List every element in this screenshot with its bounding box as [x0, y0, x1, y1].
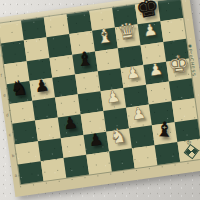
rank-label-b: b	[11, 152, 14, 157]
square-d1[interactable]	[86, 151, 112, 174]
black-bishop-d6[interactable]: ♝	[75, 49, 94, 69]
white-pawn-g7[interactable]: ♟	[142, 21, 158, 39]
white-pawn-g5[interactable]: ♟	[148, 62, 164, 80]
black-king-g8[interactable]: ♚	[133, 0, 161, 22]
white-pawn-f5[interactable]: ♟	[125, 65, 141, 83]
rank-label-c: c	[8, 132, 11, 137]
black-pawn-b5[interactable]: ♟	[34, 78, 50, 96]
rank-label-f: f	[0, 72, 2, 77]
square-c1[interactable]	[63, 155, 89, 178]
white-king-h5[interactable]: ♚	[166, 52, 190, 78]
black-bishop-g2[interactable]: ♝	[155, 119, 174, 140]
white-bishop-e7[interactable]: ♝	[95, 25, 115, 46]
square-e1[interactable]	[109, 148, 135, 171]
square-f1[interactable]	[132, 145, 158, 168]
white-queen-f7[interactable]: ♛	[116, 19, 139, 44]
square-b1[interactable]	[41, 158, 67, 181]
rank-label-e: e	[3, 92, 6, 97]
board-photo: ◉ProCHESS ♔ hgfedcba♚♝♛♟♝♞♟♟♟♚♟♟♟♟♞♝	[0, 0, 200, 200]
rank-label-a: a	[14, 173, 17, 178]
square-g1[interactable]	[155, 142, 181, 165]
rank-label-d: d	[6, 112, 9, 117]
black-pawn-d2[interactable]: ♟	[88, 131, 104, 149]
chess-mat: ◉ProCHESS ♔ hgfedcba♚♝♛♟♝♞♟♟♟♚♟♟♟♟♞♝	[0, 0, 200, 197]
white-knight-e2[interactable]: ♞	[108, 125, 129, 147]
white-pawn-e4[interactable]: ♟	[105, 88, 121, 106]
black-pawn-c3[interactable]: ♟	[62, 114, 78, 132]
square-a1[interactable]	[18, 161, 44, 184]
white-pawn-f3[interactable]: ♟	[130, 105, 146, 123]
black-knight-a5[interactable]: ♞	[9, 78, 28, 99]
